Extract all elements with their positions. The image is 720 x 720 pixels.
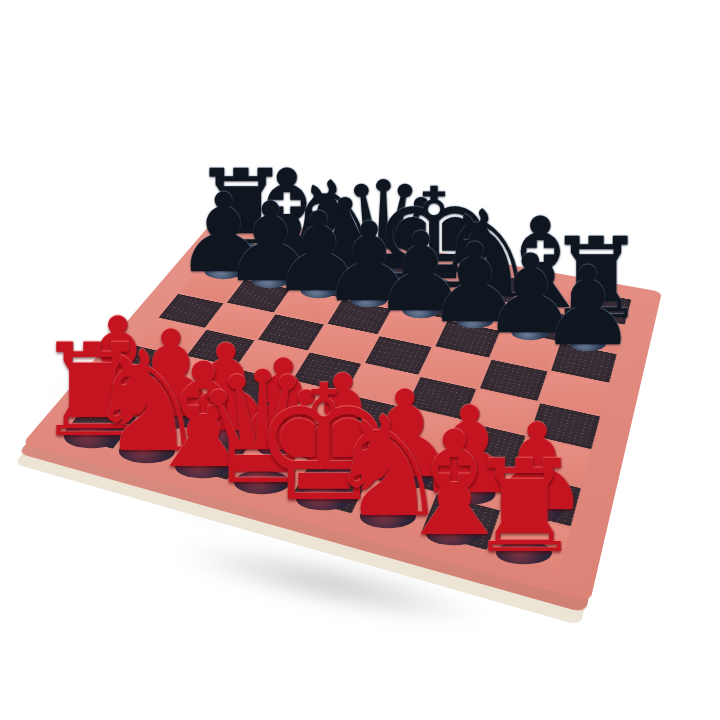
board-grid — [62, 227, 631, 569]
chess-set-photo: ♜♝♞♛♚♞♝♜♟♟♟♟♟♟♟♟♟♟♟♟♟♟♟♟♜♞♝♛♚♞♝♜ — [0, 0, 720, 720]
